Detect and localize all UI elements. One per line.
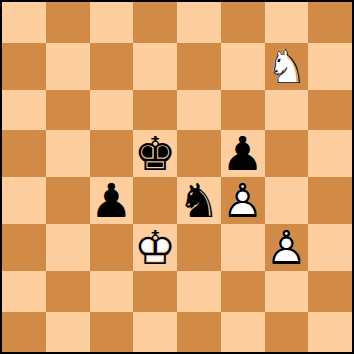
square-e1[interactable] <box>177 312 221 353</box>
square-e4[interactable]: ♞ <box>177 177 221 224</box>
square-c2[interactable] <box>90 271 134 312</box>
square-d2[interactable] <box>133 271 177 312</box>
white-pawn-f4[interactable]: ♟♙ <box>221 177 265 224</box>
square-h1[interactable] <box>308 312 352 353</box>
square-g2[interactable] <box>265 271 309 312</box>
white-pawn-icon: ♙ <box>222 177 264 224</box>
square-e6[interactable] <box>177 90 221 131</box>
white-knight-g7[interactable]: ♞♘ <box>265 43 309 90</box>
square-d6[interactable] <box>133 90 177 131</box>
square-a4[interactable] <box>2 177 46 224</box>
square-d1[interactable] <box>133 312 177 353</box>
square-c5[interactable] <box>90 130 134 177</box>
square-f8[interactable] <box>221 2 265 43</box>
square-a7[interactable] <box>2 43 46 90</box>
white-king-d3[interactable]: ♚♔ <box>133 224 177 271</box>
square-a2[interactable] <box>2 271 46 312</box>
square-f2[interactable] <box>221 271 265 312</box>
white-knight-icon: ♘ <box>265 43 307 90</box>
square-f7[interactable] <box>221 43 265 90</box>
square-c4[interactable]: ♟ <box>90 177 134 224</box>
square-a3[interactable] <box>2 224 46 271</box>
black-pawn-icon: ♟ <box>222 130 264 177</box>
square-b1[interactable] <box>46 312 90 353</box>
square-d5[interactable]: ♚ <box>133 130 177 177</box>
square-f3[interactable] <box>221 224 265 271</box>
square-h4[interactable] <box>308 177 352 224</box>
square-b3[interactable] <box>46 224 90 271</box>
square-g5[interactable] <box>265 130 309 177</box>
square-d3[interactable]: ♚♔ <box>133 224 177 271</box>
square-g1[interactable] <box>265 312 309 353</box>
square-a5[interactable] <box>2 130 46 177</box>
square-c1[interactable] <box>90 312 134 353</box>
square-f6[interactable] <box>221 90 265 131</box>
chess-board: ♞♘♚♟♟♞♟♙♚♔♟♙ <box>0 0 354 354</box>
square-b6[interactable] <box>46 90 90 131</box>
square-h6[interactable] <box>308 90 352 131</box>
square-h3[interactable] <box>308 224 352 271</box>
square-h5[interactable] <box>308 130 352 177</box>
black-pawn-c4[interactable]: ♟ <box>90 177 134 224</box>
square-e2[interactable] <box>177 271 221 312</box>
square-e7[interactable] <box>177 43 221 90</box>
white-pawn-icon: ♙ <box>265 224 307 271</box>
square-g7[interactable]: ♞♘ <box>265 43 309 90</box>
black-pawn-icon: ♟ <box>90 177 132 224</box>
square-c8[interactable] <box>90 2 134 43</box>
square-f4[interactable]: ♟♙ <box>221 177 265 224</box>
square-b2[interactable] <box>46 271 90 312</box>
square-b8[interactable] <box>46 2 90 43</box>
black-knight-e4[interactable]: ♞ <box>177 177 221 224</box>
square-f5[interactable]: ♟ <box>221 130 265 177</box>
square-g3[interactable]: ♟♙ <box>265 224 309 271</box>
square-e8[interactable] <box>177 2 221 43</box>
black-pawn-f5[interactable]: ♟ <box>221 130 265 177</box>
square-f1[interactable] <box>221 312 265 353</box>
square-b4[interactable] <box>46 177 90 224</box>
square-e5[interactable] <box>177 130 221 177</box>
square-a8[interactable] <box>2 2 46 43</box>
square-h7[interactable] <box>308 43 352 90</box>
square-b5[interactable] <box>46 130 90 177</box>
black-king-d5[interactable]: ♚ <box>133 130 177 177</box>
square-b7[interactable] <box>46 43 90 90</box>
square-g8[interactable] <box>265 2 309 43</box>
white-pawn-g3[interactable]: ♟♙ <box>265 224 309 271</box>
white-king-icon: ♔ <box>134 224 176 271</box>
square-c3[interactable] <box>90 224 134 271</box>
square-a6[interactable] <box>2 90 46 131</box>
square-d4[interactable] <box>133 177 177 224</box>
black-king-icon: ♚ <box>134 130 176 177</box>
square-g4[interactable] <box>265 177 309 224</box>
black-knight-icon: ♞ <box>178 177 220 224</box>
square-c7[interactable] <box>90 43 134 90</box>
square-a1[interactable] <box>2 312 46 353</box>
square-e3[interactable] <box>177 224 221 271</box>
square-d7[interactable] <box>133 43 177 90</box>
square-h2[interactable] <box>308 271 352 312</box>
square-h8[interactable] <box>308 2 352 43</box>
board-frame: ♞♘♚♟♟♞♟♙♚♔♟♙ <box>0 0 354 354</box>
square-d8[interactable] <box>133 2 177 43</box>
square-c6[interactable] <box>90 90 134 131</box>
square-g6[interactable] <box>265 90 309 131</box>
